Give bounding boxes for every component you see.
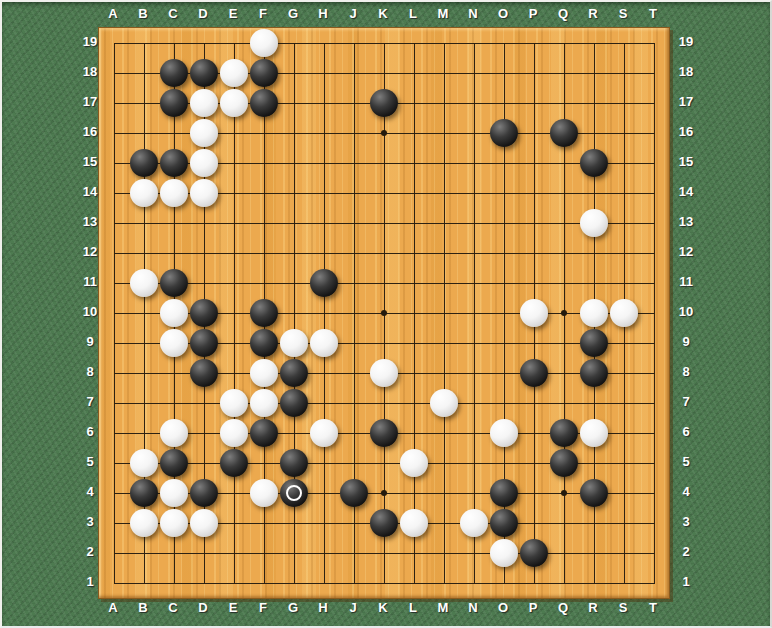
stone-black-B4[interactable] (130, 479, 158, 507)
column-label-top-T: T (643, 6, 663, 22)
column-label-top-S: S (613, 6, 633, 22)
column-label-bottom-S: S (613, 600, 633, 616)
star-point (561, 310, 567, 316)
stone-black-C18[interactable] (160, 59, 188, 87)
column-label-top-O: O (493, 6, 513, 22)
stone-black-O4[interactable] (490, 479, 518, 507)
row-label-right-14: 14 (676, 184, 696, 200)
stone-black-G7[interactable] (280, 389, 308, 417)
row-label-right-8: 8 (676, 364, 696, 380)
stone-white-R6[interactable] (580, 419, 608, 447)
stone-white-S10[interactable] (610, 299, 638, 327)
stone-white-C3[interactable] (160, 509, 188, 537)
column-label-bottom-D: D (193, 600, 213, 616)
stone-black-G8[interactable] (280, 359, 308, 387)
stone-white-D14[interactable] (190, 179, 218, 207)
row-label-left-13: 13 (80, 214, 100, 230)
stone-black-R4[interactable] (580, 479, 608, 507)
row-label-left-10: 10 (80, 304, 100, 320)
stone-white-R10[interactable] (580, 299, 608, 327)
stone-black-F18[interactable] (250, 59, 278, 87)
row-label-right-6: 6 (676, 424, 696, 440)
column-label-top-Q: Q (553, 6, 573, 22)
column-label-top-J: J (343, 6, 363, 22)
stone-black-J4[interactable] (340, 479, 368, 507)
column-label-top-G: G (283, 6, 303, 22)
stone-white-F8[interactable] (250, 359, 278, 387)
column-label-bottom-L: L (403, 600, 423, 616)
grid-line (114, 403, 655, 404)
stone-white-D3[interactable] (190, 509, 218, 537)
row-label-left-15: 15 (80, 154, 100, 170)
stone-white-K8[interactable] (370, 359, 398, 387)
row-label-left-17: 17 (80, 94, 100, 110)
row-label-right-13: 13 (676, 214, 696, 230)
star-point (381, 130, 387, 136)
stone-white-C9[interactable] (160, 329, 188, 357)
column-label-top-A: A (103, 6, 123, 22)
stone-black-E5[interactable] (220, 449, 248, 477)
column-label-top-D: D (193, 6, 213, 22)
stone-black-D10[interactable] (190, 299, 218, 327)
stone-black-G4[interactable] (280, 479, 308, 507)
column-label-bottom-E: E (223, 600, 243, 616)
stone-white-E17[interactable] (220, 89, 248, 117)
row-label-right-12: 12 (676, 244, 696, 260)
stone-white-C6[interactable] (160, 419, 188, 447)
stone-white-C14[interactable] (160, 179, 188, 207)
column-label-bottom-P: P (523, 600, 543, 616)
stone-white-E18[interactable] (220, 59, 248, 87)
column-label-top-E: E (223, 6, 243, 22)
row-label-left-3: 3 (80, 514, 100, 530)
stone-black-F6[interactable] (250, 419, 278, 447)
row-label-left-9: 9 (80, 334, 100, 350)
column-label-top-L: L (403, 6, 423, 22)
column-label-top-F: F (253, 6, 273, 22)
stone-black-C15[interactable] (160, 149, 188, 177)
row-label-left-19: 19 (80, 34, 100, 50)
grid-line (474, 43, 475, 584)
stone-white-B11[interactable] (130, 269, 158, 297)
column-label-top-M: M (433, 6, 453, 22)
stone-black-R15[interactable] (580, 149, 608, 177)
stone-black-Q16[interactable] (550, 119, 578, 147)
grid-line (444, 43, 445, 584)
row-label-right-19: 19 (676, 34, 696, 50)
stone-white-E6[interactable] (220, 419, 248, 447)
last-move-marker (286, 485, 302, 501)
stone-white-D15[interactable] (190, 149, 218, 177)
stone-black-P8[interactable] (520, 359, 548, 387)
stone-white-H6[interactable] (310, 419, 338, 447)
row-label-right-4: 4 (676, 484, 696, 500)
column-label-top-K: K (373, 6, 393, 22)
column-label-top-B: B (133, 6, 153, 22)
stone-white-L5[interactable] (400, 449, 428, 477)
row-label-right-10: 10 (676, 304, 696, 320)
stone-white-F4[interactable] (250, 479, 278, 507)
column-label-bottom-O: O (493, 600, 513, 616)
column-label-bottom-A: A (103, 600, 123, 616)
go-app-window: AABBCCDDEEFFGGHHJJKKLLMMNNOOPPQQRRSSTT19… (0, 0, 772, 628)
column-label-top-P: P (523, 6, 543, 22)
stone-white-L3[interactable] (400, 509, 428, 537)
row-label-left-1: 1 (80, 574, 100, 590)
stone-black-K17[interactable] (370, 89, 398, 117)
stone-black-O16[interactable] (490, 119, 518, 147)
stone-black-C17[interactable] (160, 89, 188, 117)
stone-white-P10[interactable] (520, 299, 548, 327)
column-label-bottom-C: C (163, 600, 183, 616)
row-label-left-12: 12 (80, 244, 100, 260)
stone-black-C5[interactable] (160, 449, 188, 477)
row-label-right-11: 11 (676, 274, 696, 290)
column-label-top-H: H (313, 6, 333, 22)
column-label-top-R: R (583, 6, 603, 22)
row-label-left-6: 6 (80, 424, 100, 440)
stone-black-D8[interactable] (190, 359, 218, 387)
row-label-left-8: 8 (80, 364, 100, 380)
row-label-right-15: 15 (676, 154, 696, 170)
row-label-left-4: 4 (80, 484, 100, 500)
star-point (381, 490, 387, 496)
goban[interactable] (98, 27, 670, 599)
stone-black-C11[interactable] (160, 269, 188, 297)
row-label-left-18: 18 (80, 64, 100, 80)
stone-black-R9[interactable] (580, 329, 608, 357)
row-label-left-2: 2 (80, 544, 100, 560)
stone-white-D17[interactable] (190, 89, 218, 117)
stone-black-G5[interactable] (280, 449, 308, 477)
stone-white-G9[interactable] (280, 329, 308, 357)
column-label-bottom-B: B (133, 600, 153, 616)
stone-black-D9[interactable] (190, 329, 218, 357)
stone-white-E7[interactable] (220, 389, 248, 417)
stone-white-D16[interactable] (190, 119, 218, 147)
grid-line (114, 553, 655, 554)
stone-black-F10[interactable] (250, 299, 278, 327)
stone-white-B3[interactable] (130, 509, 158, 537)
stone-white-O6[interactable] (490, 419, 518, 447)
row-label-left-14: 14 (80, 184, 100, 200)
stone-white-B5[interactable] (130, 449, 158, 477)
row-label-right-5: 5 (676, 454, 696, 470)
stone-black-O3[interactable] (490, 509, 518, 537)
stone-white-F19[interactable] (250, 29, 278, 57)
stone-black-F9[interactable] (250, 329, 278, 357)
stone-white-B14[interactable] (130, 179, 158, 207)
column-label-bottom-G: G (283, 600, 303, 616)
column-label-bottom-N: N (463, 600, 483, 616)
stone-black-F17[interactable] (250, 89, 278, 117)
stone-black-B15[interactable] (130, 149, 158, 177)
stone-black-P2[interactable] (520, 539, 548, 567)
row-label-right-9: 9 (676, 334, 696, 350)
row-label-right-2: 2 (676, 544, 696, 560)
stone-black-K6[interactable] (370, 419, 398, 447)
stone-white-R13[interactable] (580, 209, 608, 237)
row-label-right-1: 1 (676, 574, 696, 590)
column-label-bottom-F: F (253, 600, 273, 616)
column-label-top-C: C (163, 6, 183, 22)
row-label-left-7: 7 (80, 394, 100, 410)
stone-black-Q5[interactable] (550, 449, 578, 477)
stone-white-M7[interactable] (430, 389, 458, 417)
column-label-top-N: N (463, 6, 483, 22)
stone-white-C4[interactable] (160, 479, 188, 507)
grid-line (654, 43, 655, 584)
grid-line (414, 43, 415, 584)
row-label-left-11: 11 (80, 274, 100, 290)
column-label-bottom-K: K (373, 600, 393, 616)
column-label-bottom-R: R (583, 600, 603, 616)
row-label-left-5: 5 (80, 454, 100, 470)
stone-black-K3[interactable] (370, 509, 398, 537)
row-label-right-7: 7 (676, 394, 696, 410)
stone-black-Q6[interactable] (550, 419, 578, 447)
stone-white-O2[interactable] (490, 539, 518, 567)
row-label-right-18: 18 (676, 64, 696, 80)
grid-line (114, 583, 655, 584)
column-label-bottom-Q: Q (553, 600, 573, 616)
row-label-right-17: 17 (676, 94, 696, 110)
stone-white-F7[interactable] (250, 389, 278, 417)
stone-black-D18[interactable] (190, 59, 218, 87)
star-point (561, 490, 567, 496)
stone-white-C10[interactable] (160, 299, 188, 327)
column-label-bottom-M: M (433, 600, 453, 616)
row-label-right-3: 3 (676, 514, 696, 530)
row-label-left-16: 16 (80, 124, 100, 140)
stone-black-R8[interactable] (580, 359, 608, 387)
stone-white-H9[interactable] (310, 329, 338, 357)
star-point (381, 310, 387, 316)
column-label-bottom-T: T (643, 600, 663, 616)
column-label-bottom-J: J (343, 600, 363, 616)
column-label-bottom-H: H (313, 600, 333, 616)
stone-black-H11[interactable] (310, 269, 338, 297)
stone-white-N3[interactable] (460, 509, 488, 537)
row-label-right-16: 16 (676, 124, 696, 140)
stone-black-D4[interactable] (190, 479, 218, 507)
